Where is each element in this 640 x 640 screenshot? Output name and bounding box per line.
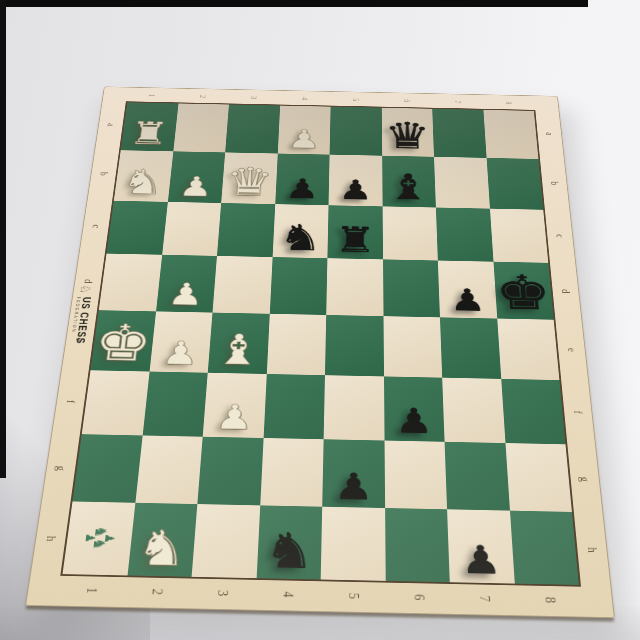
square-e5[interactable] bbox=[325, 315, 384, 376]
rank-label-2: 2 bbox=[193, 79, 213, 114]
vinyl-board-mat: 12345678 12345678 abcdefgh abcdefgh ♘ US… bbox=[25, 86, 615, 618]
square-f5[interactable] bbox=[324, 375, 384, 440]
photo-edge-left bbox=[0, 0, 6, 478]
file-label-c: c bbox=[59, 217, 134, 234]
piece-white-rook-a1[interactable]: ♜ bbox=[127, 118, 170, 150]
square-g2[interactable] bbox=[135, 435, 203, 504]
square-e7[interactable] bbox=[440, 317, 501, 378]
file-label-a: a bbox=[514, 126, 584, 142]
piece-black-rook-c5[interactable]: ♜ bbox=[334, 222, 376, 258]
square-e1[interactable]: ♚ bbox=[91, 310, 156, 371]
piece-white-king-e1[interactable]: ♚ bbox=[91, 318, 154, 369]
photo-edge-top bbox=[0, 0, 588, 7]
rank-label-6: 6 bbox=[405, 568, 432, 627]
piece-white-knight-h2[interactable]: ♞ bbox=[134, 524, 189, 574]
file-label-g: g bbox=[18, 457, 103, 479]
rank-label-4: 4 bbox=[296, 81, 314, 116]
square-g5[interactable]: ♟ bbox=[322, 439, 384, 508]
square-a6[interactable]: ♛ bbox=[381, 108, 434, 157]
square-b4[interactable]: ♟ bbox=[275, 153, 330, 205]
rank-label-8: 8 bbox=[499, 85, 519, 121]
square-e2[interactable]: ♟ bbox=[149, 311, 212, 372]
square-b1[interactable]: ♞ bbox=[114, 150, 173, 201]
square-d5[interactable] bbox=[326, 258, 383, 316]
piece-black-king-d8[interactable]: ♚ bbox=[494, 270, 553, 318]
file-label-b: b bbox=[519, 175, 591, 192]
piece-black-pawn-b5[interactable]: ♟ bbox=[338, 177, 372, 205]
square-b3[interactable]: ♛ bbox=[221, 152, 277, 204]
board-mat-perspective: 12345678 12345678 abcdefgh abcdefgh ♘ US… bbox=[25, 86, 615, 618]
square-c6[interactable] bbox=[382, 206, 438, 261]
square-g7[interactable] bbox=[445, 441, 510, 510]
square-g4[interactable] bbox=[260, 438, 324, 507]
square-b5[interactable]: ♟ bbox=[329, 154, 383, 206]
square-d6[interactable] bbox=[383, 260, 440, 318]
file-label-h: h bbox=[549, 538, 636, 562]
square-c3[interactable] bbox=[217, 203, 275, 258]
piece-white-pawn-b2[interactable]: ♟ bbox=[178, 173, 214, 201]
square-b7[interactable] bbox=[434, 157, 490, 209]
piece-white-pawn-f3[interactable]: ♟ bbox=[214, 400, 254, 435]
piece-black-pawn-g5[interactable]: ♟ bbox=[334, 468, 373, 505]
piece-white-pawn-a4[interactable]: ♟ bbox=[287, 126, 321, 152]
rank-label-3: 3 bbox=[207, 564, 237, 622]
rank-label-6: 6 bbox=[398, 83, 416, 118]
piece-white-knight-b1[interactable]: ♞ bbox=[120, 165, 166, 200]
photo-background: 12345678 12345678 abcdefgh abcdefgh ♘ US… bbox=[0, 0, 640, 640]
square-b2[interactable]: ♟ bbox=[168, 151, 226, 203]
file-label-e: e bbox=[532, 340, 611, 360]
piece-black-pawn-h7[interactable]: ♟ bbox=[460, 541, 502, 581]
rank-label-7: 7 bbox=[449, 84, 468, 120]
square-d8[interactable]: ♚ bbox=[493, 262, 554, 320]
square-g6[interactable] bbox=[384, 440, 447, 509]
square-f3[interactable]: ♟ bbox=[203, 373, 267, 438]
square-e4[interactable] bbox=[266, 314, 326, 375]
file-label-f: f bbox=[29, 391, 111, 412]
file-label-g: g bbox=[543, 468, 627, 490]
knight-icon: ♘ bbox=[78, 285, 92, 294]
square-e3[interactable]: ♝ bbox=[208, 313, 270, 374]
rank-label-8: 8 bbox=[535, 571, 566, 630]
square-h2[interactable]: ♞ bbox=[127, 503, 197, 577]
file-label-f: f bbox=[537, 402, 618, 423]
piece-black-pawn-b4[interactable]: ♟ bbox=[285, 175, 319, 203]
rank-label-5: 5 bbox=[340, 567, 366, 625]
square-b6[interactable]: ♝ bbox=[382, 156, 436, 208]
square-e6[interactable] bbox=[383, 316, 442, 377]
square-d3[interactable] bbox=[212, 256, 272, 314]
square-c2[interactable] bbox=[162, 202, 221, 256]
square-c7[interactable] bbox=[436, 207, 493, 262]
piece-white-pawn-d2[interactable]: ♟ bbox=[166, 280, 204, 311]
square-c5[interactable]: ♜ bbox=[327, 205, 382, 260]
square-h4[interactable]: ♞ bbox=[256, 506, 322, 580]
file-label-c: c bbox=[523, 227, 597, 245]
piece-white-queen-b3[interactable]: ♛ bbox=[224, 163, 274, 203]
piece-black-knight-h4[interactable]: ♞ bbox=[263, 527, 315, 577]
rank-label-3: 3 bbox=[245, 80, 264, 115]
square-d4[interactable] bbox=[269, 257, 327, 315]
square-f4[interactable] bbox=[263, 374, 325, 439]
piece-black-queen-a6[interactable]: ♛ bbox=[384, 118, 431, 156]
piece-black-pawn-d7[interactable]: ♟ bbox=[449, 285, 486, 316]
square-d2[interactable]: ♟ bbox=[156, 255, 217, 313]
piece-black-bishop-b6[interactable]: ♝ bbox=[387, 169, 431, 205]
square-c4[interactable]: ♞ bbox=[272, 204, 328, 259]
piece-white-bishop-e3[interactable]: ♝ bbox=[213, 329, 263, 372]
piece-black-pawn-f6[interactable]: ♟ bbox=[395, 404, 434, 439]
piece-black-knight-c4[interactable]: ♞ bbox=[278, 220, 323, 257]
rank-label-5: 5 bbox=[348, 82, 365, 117]
square-f6[interactable]: ♟ bbox=[384, 376, 445, 441]
piece-white-pawn-e2[interactable]: ♟ bbox=[160, 338, 200, 371]
chess-board: ♜♟♛♞♟♛♟♟♝♞♜♟♟♚♚♟♝♟♟♟♟♞♞♟♞♞♟ bbox=[60, 101, 581, 586]
square-d7[interactable]: ♟ bbox=[438, 261, 497, 319]
square-g3[interactable] bbox=[197, 436, 263, 505]
square-f2[interactable] bbox=[142, 371, 208, 436]
us-chess-corner-emblem: ♟♞♞♟ bbox=[63, 517, 135, 560]
square-f7[interactable] bbox=[442, 377, 505, 442]
square-h7[interactable]: ♟ bbox=[447, 510, 514, 584]
